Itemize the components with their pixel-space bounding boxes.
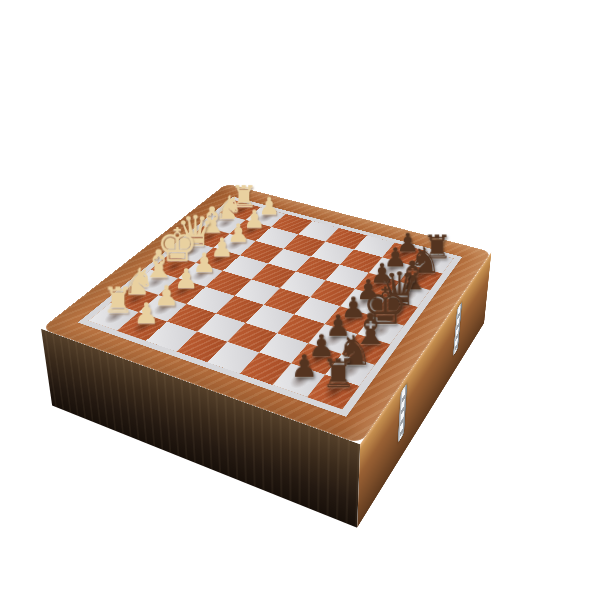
chess-box: ♜♞♝♚♛♝♞♜♟♟♟♟♟♟♟♟♟♟♟♟♟♟♟♟♜♞♝♚♛♝♞♜ <box>41 184 491 445</box>
hinge-icon <box>398 383 408 444</box>
product-photo: ♜♞♝♚♛♝♞♜♟♟♟♟♟♟♟♟♟♟♟♟♟♟♟♟♜♞♝♚♛♝♞♜ <box>0 0 600 600</box>
square-h8[interactable]: ♜ <box>307 375 359 409</box>
hinge-icon <box>453 301 462 356</box>
white-pawn-glyph: ♟ <box>111 299 181 328</box>
black-rook-glyph: ♜ <box>300 354 377 394</box>
scene: ♜♞♝♚♛♝♞♜♟♟♟♟♟♟♟♟♟♟♟♟♟♟♟♟♜♞♝♚♛♝♞♜ <box>0 0 600 600</box>
